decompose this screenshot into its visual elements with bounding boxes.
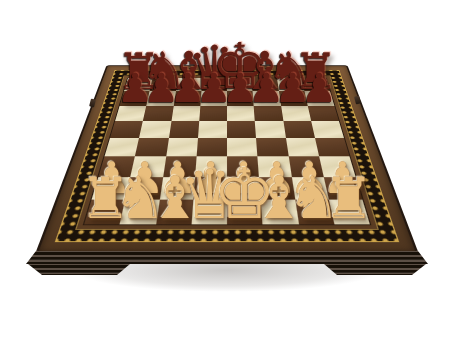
square-d7 <box>200 91 227 105</box>
square-g3 <box>288 157 323 177</box>
square-e4 <box>227 138 258 157</box>
square-g1 <box>295 199 334 224</box>
square-g6 <box>281 106 311 122</box>
square-c7 <box>173 91 201 105</box>
square-h6 <box>307 106 338 122</box>
square-b5 <box>139 121 171 138</box>
square-g4 <box>286 138 319 157</box>
square-a1 <box>84 199 125 224</box>
square-a7 <box>120 91 150 105</box>
square-c5 <box>169 121 200 138</box>
square-h2 <box>323 177 362 199</box>
square-b7 <box>147 91 176 105</box>
square-f1 <box>261 199 299 224</box>
gold-inlay-band <box>55 70 399 242</box>
square-b3 <box>131 157 166 177</box>
square-f7 <box>253 91 281 105</box>
board-grid <box>84 78 370 224</box>
square-a6 <box>115 106 146 122</box>
chess-set-photo: ♜♞♝♛♚♝♞♜♟♟♟♟♟♟♟♟♟♟♟♟♟♟♟♟♜♞♝♛♚♝♞♜ <box>0 0 452 346</box>
square-e3 <box>227 157 259 177</box>
square-f6 <box>254 106 283 122</box>
square-c1 <box>156 199 194 224</box>
chess-board <box>35 65 419 254</box>
square-f2 <box>259 177 295 199</box>
square-g5 <box>283 121 315 138</box>
inner-walnut-ring <box>75 76 379 230</box>
hinge-right <box>354 96 361 105</box>
square-h5 <box>311 121 344 138</box>
square-h3 <box>319 157 356 177</box>
square-d6 <box>199 106 227 122</box>
square-g8 <box>277 78 305 91</box>
square-g7 <box>279 91 308 105</box>
base-molding <box>0 251 452 264</box>
square-d4 <box>196 138 227 157</box>
square-e7 <box>227 91 254 105</box>
square-d8 <box>201 78 227 91</box>
square-c3 <box>163 157 197 177</box>
square-f5 <box>255 121 286 138</box>
square-a5 <box>110 121 143 138</box>
square-b6 <box>143 106 173 122</box>
square-g2 <box>291 177 328 199</box>
square-f3 <box>258 157 292 177</box>
square-f8 <box>252 78 279 91</box>
square-e2 <box>227 177 261 199</box>
square-h4 <box>315 138 350 157</box>
square-b4 <box>135 138 168 157</box>
square-a3 <box>98 157 135 177</box>
square-d3 <box>195 157 227 177</box>
square-b8 <box>150 78 178 91</box>
square-e5 <box>227 121 256 138</box>
square-a2 <box>92 177 131 199</box>
square-h1 <box>329 199 370 224</box>
square-b1 <box>120 199 159 224</box>
square-h7 <box>304 91 334 105</box>
square-b2 <box>125 177 162 199</box>
square-c2 <box>159 177 195 199</box>
square-e6 <box>227 106 255 122</box>
square-d1 <box>191 199 227 224</box>
square-e8 <box>227 78 253 91</box>
square-a4 <box>104 138 139 157</box>
square-c4 <box>166 138 198 157</box>
square-d2 <box>193 177 227 199</box>
square-e1 <box>227 199 263 224</box>
square-f4 <box>256 138 288 157</box>
square-c6 <box>171 106 200 122</box>
square-c8 <box>175 78 202 91</box>
square-a8 <box>124 78 153 91</box>
square-d5 <box>198 121 227 138</box>
square-h8 <box>301 78 330 91</box>
